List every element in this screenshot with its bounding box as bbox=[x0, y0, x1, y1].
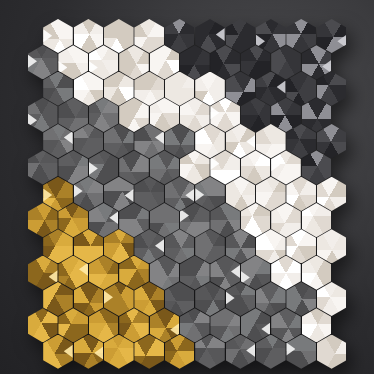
hex-tile bbox=[165, 282, 195, 316]
light-glint bbox=[241, 271, 250, 284]
hex-tile bbox=[74, 335, 104, 369]
hex-tile bbox=[256, 282, 286, 316]
hex-tile bbox=[58, 256, 88, 290]
hex-tile bbox=[195, 335, 225, 369]
hex-tile bbox=[28, 150, 58, 184]
hex-tile bbox=[134, 229, 164, 263]
hex-tile bbox=[104, 229, 134, 263]
hex-tile bbox=[195, 124, 225, 158]
hex-tile bbox=[28, 203, 58, 237]
light-glint bbox=[155, 131, 164, 144]
hex-tile bbox=[210, 45, 240, 79]
hex-tile bbox=[43, 229, 73, 263]
light-glint bbox=[210, 106, 219, 119]
hex-tile bbox=[43, 124, 73, 158]
light-glint bbox=[195, 188, 204, 201]
hex-tile bbox=[43, 282, 73, 316]
hex-tile bbox=[89, 150, 119, 184]
hex-tile bbox=[74, 229, 104, 263]
light-glint bbox=[155, 239, 164, 252]
light-glint bbox=[246, 344, 255, 357]
hex-tile bbox=[150, 308, 180, 342]
light-glint bbox=[180, 209, 189, 222]
hex-tile bbox=[134, 282, 164, 316]
hex-tile bbox=[165, 72, 195, 106]
light-glint bbox=[94, 346, 103, 359]
hex-tile bbox=[134, 19, 164, 53]
hex-tile bbox=[104, 282, 134, 316]
hex-tile bbox=[195, 19, 225, 53]
hex-tile bbox=[28, 256, 58, 290]
hex-tile bbox=[58, 203, 88, 237]
light-glint bbox=[89, 162, 98, 175]
hex-tile bbox=[317, 282, 347, 316]
hex-tile bbox=[58, 150, 88, 184]
hex-tile bbox=[241, 308, 271, 342]
hex-tile bbox=[271, 256, 301, 290]
hex-tile bbox=[134, 124, 164, 158]
hex-tile bbox=[104, 124, 134, 158]
hex-tile bbox=[271, 98, 301, 132]
hex-tile bbox=[180, 150, 210, 184]
light-glint bbox=[256, 35, 265, 48]
hex-tile bbox=[256, 177, 286, 211]
hex-tile bbox=[226, 177, 256, 211]
light-glint bbox=[74, 185, 83, 198]
hex-tile bbox=[271, 308, 301, 342]
hex-tile bbox=[180, 256, 210, 290]
light-glint bbox=[125, 189, 134, 202]
light-glint bbox=[58, 61, 67, 74]
hex-tile bbox=[89, 203, 119, 237]
hex-tile bbox=[180, 203, 210, 237]
hex-tile bbox=[150, 45, 180, 79]
light-glint bbox=[49, 270, 58, 283]
hex-tile bbox=[317, 335, 347, 369]
hex-tile bbox=[302, 203, 332, 237]
hex-tile bbox=[241, 256, 271, 290]
light-glint bbox=[226, 291, 235, 304]
hex-tile bbox=[74, 282, 104, 316]
hex-tile bbox=[165, 335, 195, 369]
hex-tile bbox=[119, 256, 149, 290]
hex-tile bbox=[271, 150, 301, 184]
hex-tile bbox=[150, 150, 180, 184]
hex-tile bbox=[317, 177, 347, 211]
hex-tile bbox=[302, 150, 332, 184]
light-glint bbox=[286, 343, 295, 356]
hex-tile bbox=[134, 335, 164, 369]
hex-tile bbox=[195, 282, 225, 316]
hex-tile bbox=[286, 177, 316, 211]
hex-tile bbox=[43, 19, 73, 53]
light-glint bbox=[28, 114, 37, 127]
hex-tile bbox=[241, 150, 271, 184]
hex-tile bbox=[256, 335, 286, 369]
hex-tile bbox=[317, 229, 347, 263]
hex-tile bbox=[286, 335, 316, 369]
hex-tile bbox=[226, 229, 256, 263]
hex-tile bbox=[271, 203, 301, 237]
hex-tile bbox=[74, 19, 104, 53]
hex-tile bbox=[241, 203, 271, 237]
hex-tile bbox=[165, 124, 195, 158]
hex-tile bbox=[256, 19, 286, 53]
light-glint bbox=[43, 189, 52, 202]
hex-tile bbox=[302, 256, 332, 290]
hex-tile bbox=[226, 335, 256, 369]
hex-tile bbox=[104, 177, 134, 211]
hex-tile bbox=[210, 98, 240, 132]
hex-tile bbox=[28, 308, 58, 342]
light-glint bbox=[277, 81, 286, 94]
hex-tile bbox=[28, 98, 58, 132]
light-glint bbox=[216, 28, 225, 41]
hex-tile bbox=[165, 177, 195, 211]
light-glint bbox=[170, 323, 179, 336]
hex-tile bbox=[317, 72, 347, 106]
hex-tile bbox=[286, 124, 316, 158]
hex-tile bbox=[89, 256, 119, 290]
hex-tile bbox=[150, 98, 180, 132]
hex-tile bbox=[241, 98, 271, 132]
hex-tile bbox=[28, 45, 58, 79]
light-glint bbox=[79, 263, 88, 276]
light-glint bbox=[185, 189, 194, 202]
light-glint bbox=[261, 323, 270, 336]
hex-tile bbox=[180, 308, 210, 342]
hex-tile bbox=[150, 203, 180, 237]
hex-tile bbox=[256, 229, 286, 263]
hex-tile bbox=[286, 282, 316, 316]
hex-tile bbox=[317, 19, 347, 53]
hex-tile bbox=[74, 124, 104, 158]
light-glint bbox=[322, 60, 331, 73]
hex-tile bbox=[226, 19, 256, 53]
hex-tile bbox=[89, 45, 119, 79]
hex-tile bbox=[43, 177, 73, 211]
hex-tile bbox=[317, 124, 347, 158]
hex-tile bbox=[119, 308, 149, 342]
hex-tile bbox=[119, 45, 149, 79]
light-glint bbox=[104, 291, 113, 304]
hex-tile bbox=[119, 150, 149, 184]
wall-background bbox=[0, 0, 374, 374]
wall-panel-board bbox=[0, 0, 374, 374]
hex-tile bbox=[226, 124, 256, 158]
hex-tile bbox=[256, 72, 286, 106]
hex-tile bbox=[195, 229, 225, 263]
hex-tile bbox=[286, 19, 316, 53]
hex-tile bbox=[104, 335, 134, 369]
hex-tile bbox=[302, 98, 332, 132]
light-glint bbox=[64, 131, 73, 144]
hex-tile bbox=[241, 45, 271, 79]
hex-tile bbox=[104, 19, 134, 53]
hex-tile bbox=[210, 256, 240, 290]
light-glint bbox=[89, 61, 98, 74]
light-glint bbox=[109, 211, 118, 224]
light-glint bbox=[43, 29, 52, 42]
hex-tile bbox=[58, 45, 88, 79]
hex-tile bbox=[119, 203, 149, 237]
hex-tile bbox=[58, 98, 88, 132]
light-glint bbox=[231, 265, 240, 278]
hex-tile bbox=[119, 98, 149, 132]
hex-tile bbox=[134, 72, 164, 106]
light-glint bbox=[210, 157, 219, 170]
hex-tile bbox=[43, 72, 73, 106]
hex-tile bbox=[134, 177, 164, 211]
hex-tile bbox=[165, 19, 195, 53]
hex-tile bbox=[271, 45, 301, 79]
hex-tile bbox=[150, 256, 180, 290]
light-glint bbox=[28, 55, 37, 68]
hex-tile bbox=[180, 98, 210, 132]
hex-tile bbox=[226, 282, 256, 316]
hex-tile bbox=[74, 72, 104, 106]
light-glint bbox=[246, 135, 255, 148]
hex-tile bbox=[210, 308, 240, 342]
hex-tile bbox=[58, 308, 88, 342]
hex-tile bbox=[43, 335, 73, 369]
hex-tile bbox=[74, 177, 104, 211]
hex-tile bbox=[104, 72, 134, 106]
hex-tile bbox=[210, 150, 240, 184]
hex-tile bbox=[195, 72, 225, 106]
light-glint bbox=[337, 35, 346, 48]
light-glint bbox=[64, 345, 73, 358]
light-glint bbox=[271, 158, 280, 171]
hex-tile bbox=[195, 177, 225, 211]
hex-tile bbox=[226, 72, 256, 106]
hex-tile bbox=[89, 98, 119, 132]
hex-tile bbox=[256, 124, 286, 158]
hex-tile bbox=[165, 229, 195, 263]
hex-tile bbox=[286, 72, 316, 106]
hex-tile bbox=[302, 45, 332, 79]
hex-tile bbox=[210, 203, 240, 237]
hex-tile bbox=[89, 308, 119, 342]
hex-tile bbox=[302, 308, 332, 342]
hex-tile bbox=[286, 229, 316, 263]
hex-tile bbox=[180, 45, 210, 79]
